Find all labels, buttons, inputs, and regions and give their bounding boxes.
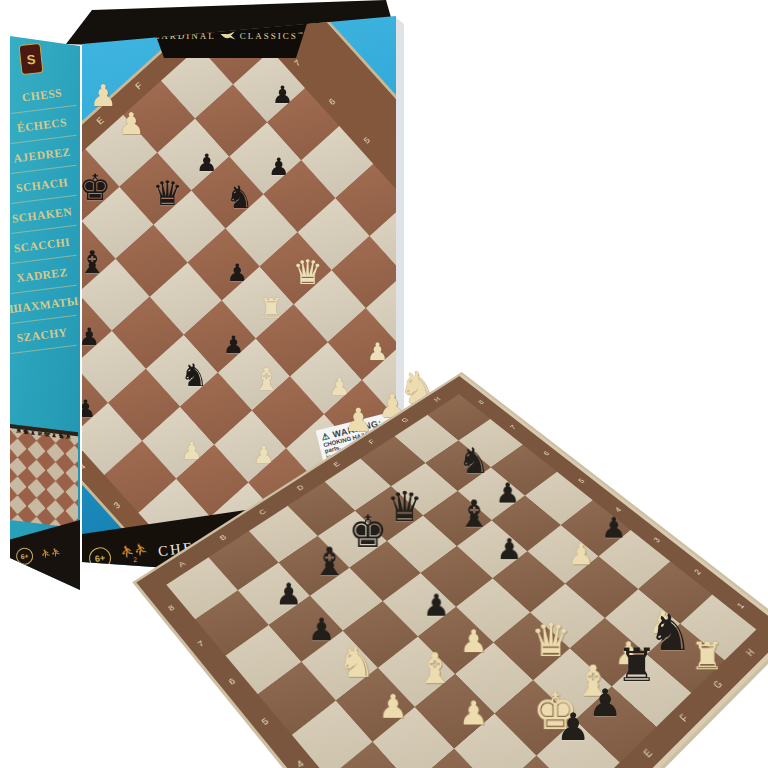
captured-black-pawn: ♟ — [556, 708, 590, 746]
age-badge-icon: 6+ — [88, 546, 113, 571]
board-frame: ♟♝♚♛♞♟♝♟♞♟♟♟♝♟♟♟♟♛♚♝♟♟♜ABCDEFGHABCDEFGH8… — [136, 376, 768, 768]
white-pawn-piece: ♟ — [556, 540, 606, 569]
spine-bottom-band: 6+ ⛹⛹ — [8, 514, 80, 590]
white-pawn-piece: ♟ — [445, 697, 502, 730]
box-spine: S CHESSÉCHECSAJEDREZSCHACHSCHAKENSCACCHI… — [6, 30, 80, 590]
cardinal-bird-icon — [220, 31, 236, 41]
white-bishop-piece: ♝ — [407, 647, 462, 690]
foreground-chessboard: ♟♝♚♛♞♟♝♟♞♟♟♟♝♟♟♟♟♛♚♝♟♟♜ABCDEFGHABCDEFGH8… — [132, 372, 768, 768]
captured-black-rook: ♜ — [616, 642, 657, 688]
side-panel-board-photo: ♜♞♝♛♚♝♞♜ — [8, 424, 78, 529]
black-knight-piece: ♞ — [451, 443, 498, 479]
brand-logo-text-right: CLASSICS™ — [240, 31, 305, 41]
white-king-piece: ♚ — [392, 223, 396, 259]
language-list: CHESSÉCHECSAJEDREZSCHACHSCHAKENSCACCHIXA… — [9, 80, 75, 350]
white-pawn-piece: ♟ — [390, 306, 396, 330]
white-queen-piece: ♛ — [524, 617, 578, 663]
black-bishop-piece: ♝ — [304, 542, 355, 581]
black-pawn-piece: ♟ — [410, 590, 463, 620]
players-icon: ⛹⛹ — [40, 548, 61, 558]
product-photo-scene: S CHESSÉCHECSAJEDREZSCHACHSCHAKENSCACCHI… — [0, 0, 768, 768]
publisher-logo-badge: S — [18, 43, 43, 75]
language-label-8: SZACHY — [7, 316, 76, 354]
black-pawn-piece: ♟ — [484, 535, 534, 564]
black-pawn-piece: ♟ — [263, 579, 315, 609]
white-knight-piece: ♞ — [329, 641, 384, 683]
age-badge-icon: 6+ — [15, 547, 34, 566]
two-players-icon: ⛹⛹2 — [120, 543, 149, 564]
foreground-chessboard-scene: ♟♝♚♛♞♟♝♟♞♟♟♟♝♟♟♟♟♛♚♝♟♟♜ABCDEFGHABCDEFGH8… — [148, 338, 768, 768]
black-pawn-piece: ♟ — [589, 514, 638, 542]
box-art-captured-white-pawn: ♟ — [90, 78, 117, 113]
side-panel-pieces-photo: ♜♞♝♛♚♝♞♜ — [8, 424, 78, 443]
captured-black-pawn: ♟ — [588, 684, 622, 722]
white-pawn-piece: ♟ — [365, 691, 422, 724]
box-art-captured-white-pawn: ♟ — [118, 106, 145, 141]
black-bishop-piece: ♝ — [449, 495, 498, 533]
